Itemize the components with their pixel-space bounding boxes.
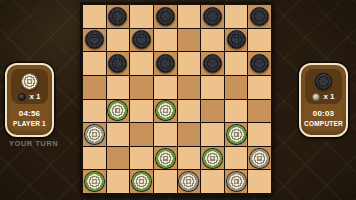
board-cell-2-3[interactable] (130, 29, 153, 52)
white-checker[interactable] (250, 149, 269, 168)
computer-timer: 00:03 (301, 109, 346, 118)
board-cell-1-2[interactable] (107, 5, 130, 28)
board-cell-2-1[interactable] (83, 29, 106, 52)
player-panel: x 1 04:56 PLAYER 1 (5, 63, 54, 137)
captured-count-label: x 1 (323, 93, 334, 101)
board-cell-4-4 (154, 76, 177, 99)
board-cell-8-7[interactable] (225, 170, 248, 193)
board-cell-6-4 (154, 123, 177, 146)
board-cell-7-1 (83, 147, 106, 170)
board-cell-1-8[interactable] (248, 5, 271, 28)
board-cell-7-3 (130, 147, 153, 170)
computer-panel: x 1 00:03 COMPUTER (299, 63, 348, 137)
black-checker[interactable] (132, 30, 151, 49)
white-checker[interactable] (85, 125, 104, 144)
board-cell-2-4 (154, 29, 177, 52)
board-cell-3-5 (178, 52, 201, 75)
captured-white-checker-icon (312, 93, 320, 101)
black-checker[interactable] (203, 7, 222, 26)
board-cell-8-8 (248, 170, 271, 193)
black-checker[interactable] (227, 30, 246, 49)
black-checker[interactable] (250, 54, 269, 73)
turn-indicator: YOUR TURN (9, 139, 79, 148)
computer-name: COMPUTER (301, 120, 346, 127)
board-cell-8-4 (154, 170, 177, 193)
board-cell-2-6 (201, 29, 224, 52)
black-checker-icon (315, 73, 332, 90)
white-checker[interactable] (179, 172, 198, 191)
board-cell-2-7[interactable] (225, 29, 248, 52)
white-checker[interactable] (227, 172, 246, 191)
board-cell-1-6[interactable] (201, 5, 224, 28)
board-cell-5-1 (83, 100, 106, 123)
black-checker[interactable] (250, 7, 269, 26)
board (80, 2, 274, 196)
board-cell-3-7 (225, 52, 248, 75)
player-timer: 04:56 (7, 109, 52, 118)
black-checker[interactable] (108, 7, 127, 26)
board-cell-2-8 (248, 29, 271, 52)
board-cell-1-5 (178, 5, 201, 28)
board-cell-3-2[interactable] (107, 52, 130, 75)
board-cell-7-6[interactable] (201, 147, 224, 170)
white-checker[interactable] (156, 101, 175, 120)
player-capture-tray: x 1 (11, 69, 48, 104)
board-cell-8-2 (107, 170, 130, 193)
white-checker[interactable] (203, 149, 222, 168)
board-cell-7-8[interactable] (248, 147, 271, 170)
black-checker[interactable] (156, 54, 175, 73)
board-cell-7-4[interactable] (154, 147, 177, 170)
board-cell-5-3 (130, 100, 153, 123)
board-cell-5-2[interactable] (107, 100, 130, 123)
board-cell-7-5 (178, 147, 201, 170)
board-cell-7-2[interactable] (107, 147, 130, 170)
board-cell-4-1[interactable] (83, 76, 106, 99)
board-cell-8-5[interactable] (178, 170, 201, 193)
board-cell-8-1[interactable] (83, 170, 106, 193)
board-cell-3-1 (83, 52, 106, 75)
black-checker[interactable] (203, 54, 222, 73)
board-cell-3-6[interactable] (201, 52, 224, 75)
white-checker[interactable] (132, 172, 151, 191)
player-name: PLAYER 1 (7, 120, 52, 127)
board-cell-8-3[interactable] (130, 170, 153, 193)
white-checker[interactable] (108, 101, 127, 120)
board-cell-1-7 (225, 5, 248, 28)
player-captured-count: x 1 (18, 93, 40, 101)
board-cell-3-4[interactable] (154, 52, 177, 75)
board-cell-6-8 (248, 123, 271, 146)
board-cell-5-8[interactable] (248, 100, 271, 123)
board-cell-1-3 (130, 5, 153, 28)
computer-captured-count: x 1 (312, 93, 334, 101)
board-cell-5-6[interactable] (201, 100, 224, 123)
board-cell-3-8[interactable] (248, 52, 271, 75)
board-cell-4-5[interactable] (178, 76, 201, 99)
board-cell-4-2 (107, 76, 130, 99)
board-cell-5-7 (225, 100, 248, 123)
board-cell-4-3[interactable] (130, 76, 153, 99)
board-cell-2-5[interactable] (178, 29, 201, 52)
black-checker[interactable] (108, 54, 127, 73)
board-cell-5-4[interactable] (154, 100, 177, 123)
captured-black-checker-icon (18, 93, 26, 101)
white-checker-icon (21, 73, 38, 90)
captured-count-label: x 1 (29, 93, 40, 101)
board-cell-6-1[interactable] (83, 123, 106, 146)
board-cell-8-6 (201, 170, 224, 193)
board-cell-4-6 (201, 76, 224, 99)
white-checker[interactable] (85, 172, 104, 191)
board-cell-7-7 (225, 147, 248, 170)
board-cell-2-2 (107, 29, 130, 52)
board-cell-5-5 (178, 100, 201, 123)
board-cell-6-2 (107, 123, 130, 146)
white-checker[interactable] (227, 125, 246, 144)
board-cell-1-1 (83, 5, 106, 28)
computer-capture-tray: x 1 (305, 69, 342, 104)
board-cell-3-3 (130, 52, 153, 75)
board-cell-6-3[interactable] (130, 123, 153, 146)
board-cell-6-5[interactable] (178, 123, 201, 146)
white-checker[interactable] (156, 149, 175, 168)
board-cell-4-8 (248, 76, 271, 99)
black-checker[interactable] (85, 30, 104, 49)
board-cell-1-4[interactable] (154, 5, 177, 28)
board-cell-6-6 (201, 123, 224, 146)
board-cell-6-7[interactable] (225, 123, 248, 146)
black-checker[interactable] (156, 7, 175, 26)
board-cell-4-7[interactable] (225, 76, 248, 99)
